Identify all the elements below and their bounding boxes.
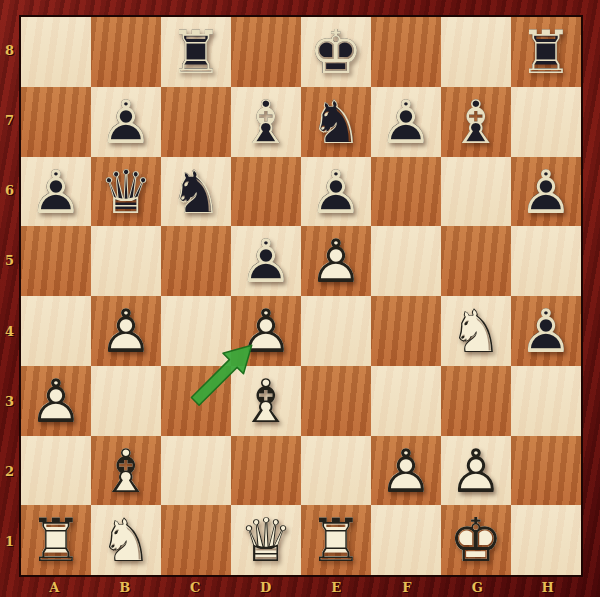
square-a4[interactable] — [21, 296, 91, 366]
file-label-f: F — [372, 577, 443, 597]
square-f8[interactable] — [371, 17, 441, 87]
square-c5[interactable] — [161, 226, 231, 296]
rank-label-1: 1 — [0, 507, 19, 577]
square-e4[interactable] — [301, 296, 371, 366]
piece-black-rook-c8[interactable]: ♜♖ — [161, 17, 231, 87]
piece-white-pawn-b4[interactable]: ♟♙ — [91, 296, 161, 366]
square-d8[interactable] — [231, 17, 301, 87]
square-e1[interactable]: ♜♖ — [301, 505, 371, 575]
rank-label-8: 8 — [0, 15, 19, 85]
square-g7[interactable]: ♝♗ — [441, 87, 511, 157]
square-e6[interactable]: ♟♙ — [301, 157, 371, 227]
square-d2[interactable] — [231, 436, 301, 506]
square-h3[interactable] — [511, 366, 581, 436]
square-d3[interactable]: ♝♗ — [231, 366, 301, 436]
square-b7[interactable]: ♟♙ — [91, 87, 161, 157]
square-d4[interactable]: ♟♙ — [231, 296, 301, 366]
file-label-b: B — [90, 577, 161, 597]
square-d5[interactable]: ♟♙ — [231, 226, 301, 296]
square-b5[interactable] — [91, 226, 161, 296]
piece-white-pawn-e5[interactable]: ♟♙ — [301, 226, 371, 296]
file-label-c: C — [160, 577, 231, 597]
square-g8[interactable] — [441, 17, 511, 87]
file-label-d: D — [231, 577, 302, 597]
square-a2[interactable] — [21, 436, 91, 506]
square-g3[interactable] — [441, 366, 511, 436]
piece-black-pawn-d5[interactable]: ♟♙ — [231, 226, 301, 296]
square-a8[interactable] — [21, 17, 91, 87]
square-h8[interactable]: ♜♖ — [511, 17, 581, 87]
square-f3[interactable] — [371, 366, 441, 436]
square-a7[interactable] — [21, 87, 91, 157]
piece-black-pawn-h4[interactable]: ♟♙ — [511, 296, 581, 366]
square-b8[interactable] — [91, 17, 161, 87]
square-c2[interactable] — [161, 436, 231, 506]
square-a3[interactable]: ♟♙ — [21, 366, 91, 436]
square-d1[interactable]: ♛♕ — [231, 505, 301, 575]
piece-black-pawn-b7[interactable]: ♟♙ — [91, 87, 161, 157]
square-h5[interactable] — [511, 226, 581, 296]
square-c3[interactable] — [161, 366, 231, 436]
square-e3[interactable] — [301, 366, 371, 436]
rank-label-7: 7 — [0, 85, 19, 155]
piece-black-bishop-g7[interactable]: ♝♗ — [441, 87, 511, 157]
board-frame: ♜♖♚♔♜♖♟♙♝♗♞♘♟♙♝♗♟♙♛♕♞♘♟♙♟♙♟♙♟♙♟♙♟♙♞♘♟♙♟♙… — [0, 0, 600, 597]
square-g1[interactable]: ♚♔ — [441, 505, 511, 575]
file-label-h: H — [513, 577, 584, 597]
square-h1[interactable] — [511, 505, 581, 575]
square-h6[interactable]: ♟♙ — [511, 157, 581, 227]
square-b6[interactable]: ♛♕ — [91, 157, 161, 227]
square-f5[interactable] — [371, 226, 441, 296]
square-c1[interactable] — [161, 505, 231, 575]
square-g4[interactable]: ♞♘ — [441, 296, 511, 366]
square-h4[interactable]: ♟♙ — [511, 296, 581, 366]
square-d7[interactable]: ♝♗ — [231, 87, 301, 157]
square-c7[interactable] — [161, 87, 231, 157]
square-b1[interactable]: ♞♘ — [91, 505, 161, 575]
rank-label-3: 3 — [0, 366, 19, 436]
square-b4[interactable]: ♟♙ — [91, 296, 161, 366]
square-a6[interactable]: ♟♙ — [21, 157, 91, 227]
piece-white-pawn-f2[interactable]: ♟♙ — [371, 436, 441, 506]
square-f6[interactable] — [371, 157, 441, 227]
piece-black-king-e8[interactable]: ♚♔ — [301, 17, 371, 87]
piece-black-pawn-a6[interactable]: ♟♙ — [21, 157, 91, 227]
square-g2[interactable]: ♟♙ — [441, 436, 511, 506]
piece-white-knight-g4[interactable]: ♞♘ — [441, 296, 511, 366]
piece-black-rook-h8[interactable]: ♜♖ — [511, 17, 581, 87]
square-b3[interactable] — [91, 366, 161, 436]
rank-label-5: 5 — [0, 226, 19, 296]
rank-label-4: 4 — [0, 296, 19, 366]
square-f2[interactable]: ♟♙ — [371, 436, 441, 506]
file-label-g: G — [442, 577, 513, 597]
piece-white-rook-a1[interactable]: ♜♖ — [21, 505, 91, 575]
square-f4[interactable] — [371, 296, 441, 366]
piece-white-bishop-d3[interactable]: ♝♗ — [231, 366, 301, 436]
square-e2[interactable] — [301, 436, 371, 506]
square-a1[interactable]: ♜♖ — [21, 505, 91, 575]
piece-black-pawn-e6[interactable]: ♟♙ — [301, 157, 371, 227]
square-a5[interactable] — [21, 226, 91, 296]
square-c6[interactable]: ♞♘ — [161, 157, 231, 227]
piece-black-knight-e7[interactable]: ♞♘ — [301, 87, 371, 157]
piece-white-rook-e1[interactable]: ♜♖ — [301, 505, 371, 575]
rank-label-2: 2 — [0, 437, 19, 507]
piece-black-bishop-d7[interactable]: ♝♗ — [231, 87, 301, 157]
piece-black-knight-c6[interactable]: ♞♘ — [161, 157, 231, 227]
rank-label-6: 6 — [0, 156, 19, 226]
piece-black-pawn-h6[interactable]: ♟♙ — [511, 157, 581, 227]
piece-white-pawn-d4[interactable]: ♟♙ — [231, 296, 301, 366]
square-c4[interactable] — [161, 296, 231, 366]
piece-black-pawn-f7[interactable]: ♟♙ — [371, 87, 441, 157]
square-h7[interactable] — [511, 87, 581, 157]
piece-white-bishop-b2[interactable]: ♝♗ — [91, 436, 161, 506]
square-f1[interactable] — [371, 505, 441, 575]
file-label-a: A — [19, 577, 90, 597]
piece-white-pawn-a3[interactable]: ♟♙ — [21, 366, 91, 436]
piece-white-king-g1[interactable]: ♚♔ — [441, 505, 511, 575]
square-e5[interactable]: ♟♙ — [301, 226, 371, 296]
chess-board[interactable]: ♜♖♚♔♜♖♟♙♝♗♞♘♟♙♝♗♟♙♛♕♞♘♟♙♟♙♟♙♟♙♟♙♟♙♞♘♟♙♟♙… — [19, 15, 583, 577]
square-e7[interactable]: ♞♘ — [301, 87, 371, 157]
square-d6[interactable] — [231, 157, 301, 227]
square-c8[interactable]: ♜♖ — [161, 17, 231, 87]
square-g6[interactable] — [441, 157, 511, 227]
square-f7[interactable]: ♟♙ — [371, 87, 441, 157]
piece-white-pawn-g2[interactable]: ♟♙ — [441, 436, 511, 506]
square-h2[interactable] — [511, 436, 581, 506]
file-label-e: E — [301, 577, 372, 597]
square-b2[interactable]: ♝♗ — [91, 436, 161, 506]
square-e8[interactable]: ♚♔ — [301, 17, 371, 87]
square-g5[interactable] — [441, 226, 511, 296]
piece-white-knight-b1[interactable]: ♞♘ — [91, 505, 161, 575]
piece-black-queen-b6[interactable]: ♛♕ — [91, 157, 161, 227]
piece-white-queen-d1[interactable]: ♛♕ — [231, 505, 301, 575]
